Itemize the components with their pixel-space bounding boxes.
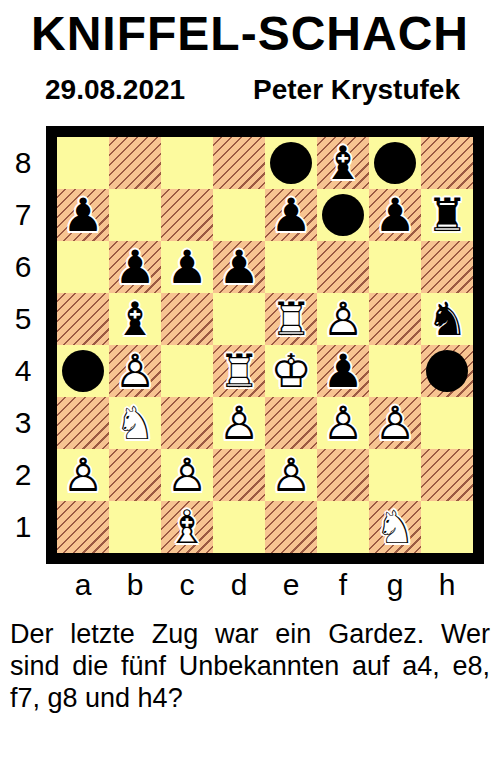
square-h8 [421,137,473,189]
board-frame: ♝♟♟♟♜♟♟♟♝♜♖♟♙♞♟♙♜♖♚♔♟♞♘♟♙♟♙♟♙♟♙♟♙♟♙♝♗♞♘ [46,126,484,564]
square-d7 [213,189,265,241]
question-line: Der letzte Zug war ein Gardez. Wer [10,618,490,650]
square-h6 [421,241,473,293]
black-pawn: ♟ [213,241,265,293]
unknown-marker-e8 [270,142,312,184]
square-h3 [421,397,473,449]
black-bishop: ♝ [109,293,161,345]
white-pawn: ♟♙ [317,293,369,345]
square-d8 [213,137,265,189]
square-g7: ♟ [369,189,421,241]
square-d6: ♟ [213,241,265,293]
unknown-marker-g8 [374,142,416,184]
square-f3: ♟♙ [317,397,369,449]
square-a1 [57,501,109,553]
white-pawn: ♟♙ [161,449,213,501]
black-pawn: ♟ [369,189,421,241]
square-e4: ♚♔ [265,345,317,397]
square-f4: ♟ [317,345,369,397]
square-b7 [109,189,161,241]
square-f2 [317,449,369,501]
square-a2: ♟♙ [57,449,109,501]
rank-label-5: 5 [15,293,32,345]
rank-label-3: 3 [15,397,32,449]
square-b8 [109,137,161,189]
square-d1 [213,501,265,553]
square-h5: ♞ [421,293,473,345]
white-knight: ♞♘ [109,397,161,449]
square-c7 [161,189,213,241]
square-a6 [57,241,109,293]
square-b5: ♝ [109,293,161,345]
rank-label-1: 1 [15,501,32,553]
square-f1 [317,501,369,553]
square-g5 [369,293,421,345]
square-a3 [57,397,109,449]
square-g3: ♟♙ [369,397,421,449]
square-e2: ♟♙ [265,449,317,501]
unknown-marker-a4 [62,350,104,392]
square-e6 [265,241,317,293]
rank-label-2: 2 [15,449,32,501]
square-e1 [265,501,317,553]
square-a7: ♟ [57,189,109,241]
square-d5 [213,293,265,345]
square-h7: ♜ [421,189,473,241]
black-pawn: ♟ [317,345,369,397]
puzzle-date: 29.08.2021 [45,74,185,106]
square-b1 [109,501,161,553]
file-labels: abcdefgh [57,568,473,602]
file-label-a: a [57,568,109,602]
square-d2 [213,449,265,501]
square-b4: ♟♙ [109,345,161,397]
white-rook: ♜♖ [265,293,317,345]
rank-labels: 87654321 [0,126,46,564]
file-label-e: e [265,568,317,602]
white-knight: ♞♘ [369,501,421,553]
square-e5: ♜♖ [265,293,317,345]
white-pawn: ♟♙ [213,397,265,449]
square-f7 [317,189,369,241]
square-c4 [161,345,213,397]
square-f6 [317,241,369,293]
file-label-h: h [421,568,473,602]
puzzle-question: Der letzte Zug war ein Gardez. Wer sind … [0,618,500,714]
white-pawn: ♟♙ [57,449,109,501]
black-pawn: ♟ [265,189,317,241]
square-d4: ♜♖ [213,345,265,397]
square-c2: ♟♙ [161,449,213,501]
file-label-d: d [213,568,265,602]
chessboard-block: 87654321 ♝♟♟♟♜♟♟♟♝♜♖♟♙♞♟♙♜♖♚♔♟♞♘♟♙♟♙♟♙♟♙… [0,126,500,564]
rank-label-8: 8 [15,137,32,189]
square-h1 [421,501,473,553]
square-h2 [421,449,473,501]
unknown-marker-h4 [426,350,468,392]
file-label-f: f [317,568,369,602]
file-label-g: g [369,568,421,602]
square-c8 [161,137,213,189]
square-g2 [369,449,421,501]
square-g8 [369,137,421,189]
square-h4 [421,345,473,397]
black-bishop: ♝ [317,137,369,189]
square-g4 [369,345,421,397]
question-line: sind die fünf Unbekannten auf a4, e8, [10,650,490,682]
square-c6: ♟ [161,241,213,293]
square-b2 [109,449,161,501]
black-knight: ♞ [421,293,473,345]
white-pawn: ♟♙ [265,449,317,501]
square-g6 [369,241,421,293]
square-c3 [161,397,213,449]
square-b6: ♟ [109,241,161,293]
white-bishop: ♝♗ [161,501,213,553]
black-pawn: ♟ [109,241,161,293]
board-grid: ♝♟♟♟♜♟♟♟♝♜♖♟♙♞♟♙♜♖♚♔♟♞♘♟♙♟♙♟♙♟♙♟♙♟♙♝♗♞♘ [57,137,473,553]
square-a4 [57,345,109,397]
square-c1: ♝♗ [161,501,213,553]
square-f8: ♝ [317,137,369,189]
question-line: f7, g8 und h4? [10,682,490,714]
rank-label-7: 7 [15,189,32,241]
file-label-b: b [109,568,161,602]
square-a5 [57,293,109,345]
white-pawn: ♟♙ [369,397,421,449]
square-e3 [265,397,317,449]
rank-label-4: 4 [15,345,32,397]
square-c5 [161,293,213,345]
author-name: Peter Krystufek [253,74,460,106]
square-g1: ♞♘ [369,501,421,553]
square-b3: ♞♘ [109,397,161,449]
white-rook: ♜♖ [213,345,265,397]
square-d3: ♟♙ [213,397,265,449]
white-king: ♚♔ [265,345,317,397]
subtitle-row: 29.08.2021 Peter Krystufek [0,74,500,106]
page-title: KNIFFEL-SCHACH [0,6,500,62]
black-pawn: ♟ [57,189,109,241]
square-f5: ♟♙ [317,293,369,345]
black-rook: ♜ [421,189,473,241]
rank-label-6: 6 [15,241,32,293]
black-pawn: ♟ [161,241,213,293]
square-a8 [57,137,109,189]
white-pawn: ♟♙ [109,345,161,397]
file-label-c: c [161,568,213,602]
unknown-marker-f7 [322,194,364,236]
square-e8 [265,137,317,189]
square-e7: ♟ [265,189,317,241]
white-pawn: ♟♙ [317,397,369,449]
